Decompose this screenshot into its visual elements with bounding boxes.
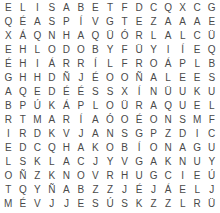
grid-cell[interactable]: S: [117, 197, 132, 211]
grid-cell[interactable]: C: [30, 141, 45, 155]
grid-cell[interactable]: A: [146, 155, 161, 169]
grid-cell[interactable]: E: [30, 85, 45, 99]
grid-cell[interactable]: T: [103, 1, 118, 15]
word-search-grid: ELISABETFDCQXCGQÉASPÍVGTEZAAAEXÁQNHAQÜÓR…: [1, 1, 219, 211]
grid-cell[interactable]: Á: [45, 57, 60, 71]
grid-cell[interactable]: F: [117, 1, 132, 15]
grid-cell[interactable]: Á: [161, 57, 176, 71]
grid-cell[interactable]: K: [132, 197, 147, 211]
grid-cell[interactable]: N: [59, 169, 74, 183]
grid-cell[interactable]: D: [132, 1, 147, 15]
grid-cell[interactable]: N: [161, 141, 176, 155]
grid-cell[interactable]: E: [1, 1, 16, 15]
grid-cell[interactable]: P: [74, 99, 89, 113]
grid-cell[interactable]: Z: [146, 15, 161, 29]
grid-cell[interactable]: I: [175, 169, 190, 183]
grid-cell[interactable]: Í: [132, 141, 147, 155]
grid-cell[interactable]: A: [59, 1, 74, 15]
grid-cell[interactable]: F: [117, 57, 132, 71]
grid-cell[interactable]: G: [132, 127, 147, 141]
grid-cell[interactable]: V: [117, 155, 132, 169]
grid-cell[interactable]: P: [16, 99, 31, 113]
grid-cell[interactable]: R: [16, 127, 31, 141]
grid-cell[interactable]: P: [146, 127, 161, 141]
grid-cell[interactable]: É: [1, 57, 16, 71]
grid-cell[interactable]: L: [146, 29, 161, 43]
grid-cell[interactable]: I: [30, 57, 45, 71]
grid-cell[interactable]: C: [74, 155, 89, 169]
grid-cell[interactable]: E: [190, 99, 205, 113]
grid-cell[interactable]: Ü: [204, 197, 219, 211]
grid-cell[interactable]: N: [146, 85, 161, 99]
grid-cell[interactable]: L: [88, 99, 103, 113]
grid-cell[interactable]: L: [30, 43, 45, 57]
grid-cell[interactable]: Ñ: [59, 71, 74, 85]
grid-cell[interactable]: A: [88, 113, 103, 127]
grid-cell[interactable]: Í: [175, 43, 190, 57]
grid-cell[interactable]: Z: [146, 197, 161, 211]
grid-cell[interactable]: L: [190, 57, 205, 71]
grid-cell[interactable]: É: [16, 197, 31, 211]
grid-cell[interactable]: G: [190, 141, 205, 155]
grid-cell[interactable]: N: [45, 29, 60, 43]
grid-cell[interactable]: Ñ: [132, 71, 147, 85]
grid-cell[interactable]: F: [117, 43, 132, 57]
grid-cell[interactable]: E: [132, 15, 147, 29]
grid-cell[interactable]: O: [117, 113, 132, 127]
grid-cell[interactable]: K: [190, 85, 205, 99]
grid-cell[interactable]: T: [16, 113, 31, 127]
grid-cell[interactable]: Ñ: [16, 169, 31, 183]
grid-cell[interactable]: A: [88, 127, 103, 141]
grid-cell[interactable]: O: [146, 113, 161, 127]
grid-cell[interactable]: A: [30, 15, 45, 29]
grid-cell[interactable]: B: [117, 141, 132, 155]
grid-cell[interactable]: V: [30, 197, 45, 211]
grid-cell[interactable]: P: [59, 15, 74, 29]
grid-cell[interactable]: T: [117, 15, 132, 29]
grid-cell[interactable]: U: [204, 141, 219, 155]
grid-cell[interactable]: Ó: [103, 113, 118, 127]
grid-cell[interactable]: S: [16, 155, 31, 169]
grid-cell[interactable]: R: [132, 57, 147, 71]
grid-cell[interactable]: G: [146, 169, 161, 183]
grid-cell[interactable]: L: [45, 155, 60, 169]
grid-cell[interactable]: B: [1, 99, 16, 113]
grid-cell[interactable]: Í: [74, 15, 89, 29]
grid-cell[interactable]: N: [175, 155, 190, 169]
grid-cell[interactable]: Ü: [117, 99, 132, 113]
grid-cell[interactable]: Ú: [103, 197, 118, 211]
grid-cell[interactable]: Z: [161, 197, 176, 211]
grid-cell[interactable]: K: [30, 155, 45, 169]
grid-cell[interactable]: Q: [45, 141, 60, 155]
grid-cell[interactable]: I: [161, 43, 176, 57]
grid-cell[interactable]: V: [88, 169, 103, 183]
grid-cell[interactable]: O: [103, 99, 118, 113]
grid-cell[interactable]: G: [132, 155, 147, 169]
grid-cell[interactable]: Z: [88, 183, 103, 197]
grid-cell[interactable]: J: [45, 197, 60, 211]
grid-cell[interactable]: Q: [88, 29, 103, 43]
grid-cell[interactable]: N: [103, 127, 118, 141]
grid-cell[interactable]: J: [88, 155, 103, 169]
grid-cell[interactable]: S: [204, 71, 219, 85]
grid-cell[interactable]: O: [45, 43, 60, 57]
grid-cell[interactable]: É: [59, 85, 74, 99]
grid-cell[interactable]: Á: [59, 99, 74, 113]
grid-cell[interactable]: Y: [30, 183, 45, 197]
grid-cell[interactable]: Z: [161, 127, 176, 141]
grid-cell[interactable]: R: [1, 113, 16, 127]
grid-cell[interactable]: E: [1, 141, 16, 155]
grid-cell[interactable]: F: [204, 113, 219, 127]
grid-cell[interactable]: U: [132, 169, 147, 183]
grid-cell[interactable]: Á: [16, 29, 31, 43]
grid-cell[interactable]: Ñ: [45, 183, 60, 197]
grid-cell[interactable]: D: [30, 127, 45, 141]
grid-cell[interactable]: O: [1, 169, 16, 183]
grid-cell[interactable]: Q: [204, 43, 219, 57]
grid-cell[interactable]: L: [161, 71, 176, 85]
grid-cell[interactable]: S: [45, 1, 60, 15]
grid-cell[interactable]: B: [88, 43, 103, 57]
grid-cell[interactable]: S: [103, 85, 118, 99]
grid-cell[interactable]: A: [175, 15, 190, 29]
grid-cell[interactable]: R: [103, 169, 118, 183]
grid-cell[interactable]: R: [59, 57, 74, 71]
grid-cell[interactable]: D: [45, 85, 60, 99]
grid-cell[interactable]: S: [88, 85, 103, 99]
grid-cell[interactable]: B: [74, 183, 89, 197]
grid-cell[interactable]: U: [190, 155, 205, 169]
grid-cell[interactable]: A: [146, 71, 161, 85]
grid-cell[interactable]: É: [16, 15, 31, 29]
grid-cell[interactable]: A: [45, 113, 60, 127]
grid-cell[interactable]: J: [59, 197, 74, 211]
grid-cell[interactable]: E: [190, 43, 205, 57]
grid-cell[interactable]: C: [190, 1, 205, 15]
grid-cell[interactable]: Ü: [132, 43, 147, 57]
grid-cell[interactable]: M: [1, 197, 16, 211]
grid-cell[interactable]: A: [74, 29, 89, 43]
grid-cell[interactable]: G: [103, 15, 118, 29]
grid-cell[interactable]: Ü: [103, 29, 118, 43]
grid-cell[interactable]: L: [16, 1, 31, 15]
grid-cell[interactable]: H: [59, 141, 74, 155]
grid-cell[interactable]: C: [146, 1, 161, 15]
grid-cell[interactable]: B: [74, 1, 89, 15]
grid-cell[interactable]: C: [161, 169, 176, 183]
grid-cell[interactable]: S: [175, 113, 190, 127]
grid-cell[interactable]: R: [190, 197, 205, 211]
grid-cell[interactable]: É: [74, 85, 89, 99]
grid-cell[interactable]: Z: [103, 183, 118, 197]
grid-cell[interactable]: K: [45, 169, 60, 183]
grid-cell[interactable]: Q: [1, 15, 16, 29]
grid-cell[interactable]: Í: [88, 57, 103, 71]
grid-cell[interactable]: Ú: [30, 99, 45, 113]
grid-cell[interactable]: E: [204, 15, 219, 29]
grid-cell[interactable]: Q: [161, 1, 176, 15]
grid-cell[interactable]: H: [30, 71, 45, 85]
grid-cell[interactable]: Á: [161, 183, 176, 197]
grid-cell[interactable]: E: [190, 169, 205, 183]
grid-cell[interactable]: L: [175, 29, 190, 43]
grid-cell[interactable]: O: [103, 71, 118, 85]
grid-cell[interactable]: G: [204, 1, 219, 15]
grid-cell[interactable]: K: [45, 127, 60, 141]
grid-cell[interactable]: T: [1, 183, 16, 197]
grid-cell[interactable]: C: [204, 127, 219, 141]
grid-cell[interactable]: N: [161, 113, 176, 127]
grid-cell[interactable]: U: [175, 99, 190, 113]
grid-cell[interactable]: Q: [16, 85, 31, 99]
grid-cell[interactable]: Q: [30, 29, 45, 43]
grid-cell[interactable]: H: [16, 43, 31, 57]
grid-cell[interactable]: H: [16, 57, 31, 71]
grid-cell[interactable]: A: [74, 141, 89, 155]
grid-cell[interactable]: Í: [74, 113, 89, 127]
grid-cell[interactable]: O: [146, 141, 161, 155]
grid-cell[interactable]: O: [74, 169, 89, 183]
grid-cell[interactable]: Q: [16, 183, 31, 197]
grid-cell[interactable]: A: [161, 29, 176, 43]
grid-cell[interactable]: R: [59, 113, 74, 127]
grid-cell[interactable]: I: [30, 1, 45, 15]
grid-cell[interactable]: O: [103, 141, 118, 155]
grid-cell[interactable]: C: [190, 29, 205, 43]
grid-cell[interactable]: V: [59, 127, 74, 141]
grid-cell[interactable]: M: [190, 113, 205, 127]
grid-cell[interactable]: L: [103, 57, 118, 71]
grid-cell[interactable]: P: [175, 57, 190, 71]
grid-cell[interactable]: L: [204, 99, 219, 113]
grid-cell[interactable]: S: [45, 15, 60, 29]
grid-cell[interactable]: J: [74, 127, 89, 141]
grid-cell[interactable]: J: [146, 183, 161, 197]
grid-cell[interactable]: X: [175, 1, 190, 15]
grid-cell[interactable]: R: [132, 99, 147, 113]
grid-cell[interactable]: K: [161, 155, 176, 169]
grid-cell[interactable]: L: [175, 197, 190, 211]
grid-cell[interactable]: O: [146, 57, 161, 71]
grid-cell[interactable]: S: [88, 197, 103, 211]
grid-cell[interactable]: Q: [161, 99, 176, 113]
grid-cell[interactable]: D: [59, 43, 74, 57]
grid-cell[interactable]: É: [132, 113, 147, 127]
grid-cell[interactable]: Y: [103, 43, 118, 57]
grid-cell[interactable]: J: [204, 183, 219, 197]
grid-cell[interactable]: B: [204, 57, 219, 71]
grid-cell[interactable]: X: [117, 85, 132, 99]
grid-cell[interactable]: S: [117, 127, 132, 141]
grid-cell[interactable]: E: [1, 43, 16, 57]
grid-cell[interactable]: E: [190, 71, 205, 85]
grid-cell[interactable]: A: [1, 85, 16, 99]
grid-cell[interactable]: Ó: [117, 29, 132, 43]
grid-cell[interactable]: H: [59, 29, 74, 43]
grid-cell[interactable]: X: [1, 29, 16, 43]
grid-cell[interactable]: G: [1, 71, 16, 85]
grid-cell[interactable]: Y: [204, 155, 219, 169]
grid-cell[interactable]: Í: [132, 85, 147, 99]
grid-cell[interactable]: H: [16, 71, 31, 85]
grid-cell[interactable]: A: [59, 155, 74, 169]
grid-cell[interactable]: A: [146, 99, 161, 113]
grid-cell[interactable]: Y: [103, 155, 118, 169]
grid-cell[interactable]: I: [190, 127, 205, 141]
grid-cell[interactable]: V: [88, 15, 103, 29]
grid-cell[interactable]: J: [74, 71, 89, 85]
grid-cell[interactable]: A: [161, 15, 176, 29]
grid-cell[interactable]: M: [30, 113, 45, 127]
grid-cell[interactable]: D: [45, 71, 60, 85]
grid-cell[interactable]: Z: [30, 169, 45, 183]
grid-cell[interactable]: A: [190, 15, 205, 29]
grid-cell[interactable]: U: [175, 85, 190, 99]
grid-cell[interactable]: A: [175, 141, 190, 155]
grid-cell[interactable]: K: [45, 99, 60, 113]
grid-cell[interactable]: K: [88, 141, 103, 155]
grid-cell[interactable]: L: [1, 155, 16, 169]
grid-cell[interactable]: J: [117, 183, 132, 197]
grid-cell[interactable]: U: [204, 85, 219, 99]
grid-cell[interactable]: E: [175, 71, 190, 85]
grid-cell[interactable]: R: [74, 57, 89, 71]
grid-cell[interactable]: E: [74, 197, 89, 211]
grid-cell[interactable]: Y: [146, 43, 161, 57]
grid-cell[interactable]: R: [132, 29, 147, 43]
grid-cell[interactable]: A: [59, 183, 74, 197]
grid-cell[interactable]: É: [132, 183, 147, 197]
grid-cell[interactable]: H: [117, 169, 132, 183]
grid-cell[interactable]: L: [190, 183, 205, 197]
grid-cell[interactable]: E: [88, 1, 103, 15]
grid-cell[interactable]: O: [117, 71, 132, 85]
grid-cell[interactable]: Ü: [204, 29, 219, 43]
grid-cell[interactable]: O: [74, 43, 89, 57]
grid-cell[interactable]: Ú: [204, 169, 219, 183]
grid-cell[interactable]: D: [16, 141, 31, 155]
grid-cell[interactable]: I: [1, 127, 16, 141]
grid-cell[interactable]: É: [88, 71, 103, 85]
grid-cell[interactable]: D: [175, 127, 190, 141]
grid-cell[interactable]: Ü: [161, 85, 176, 99]
grid-cell[interactable]: E: [175, 183, 190, 197]
